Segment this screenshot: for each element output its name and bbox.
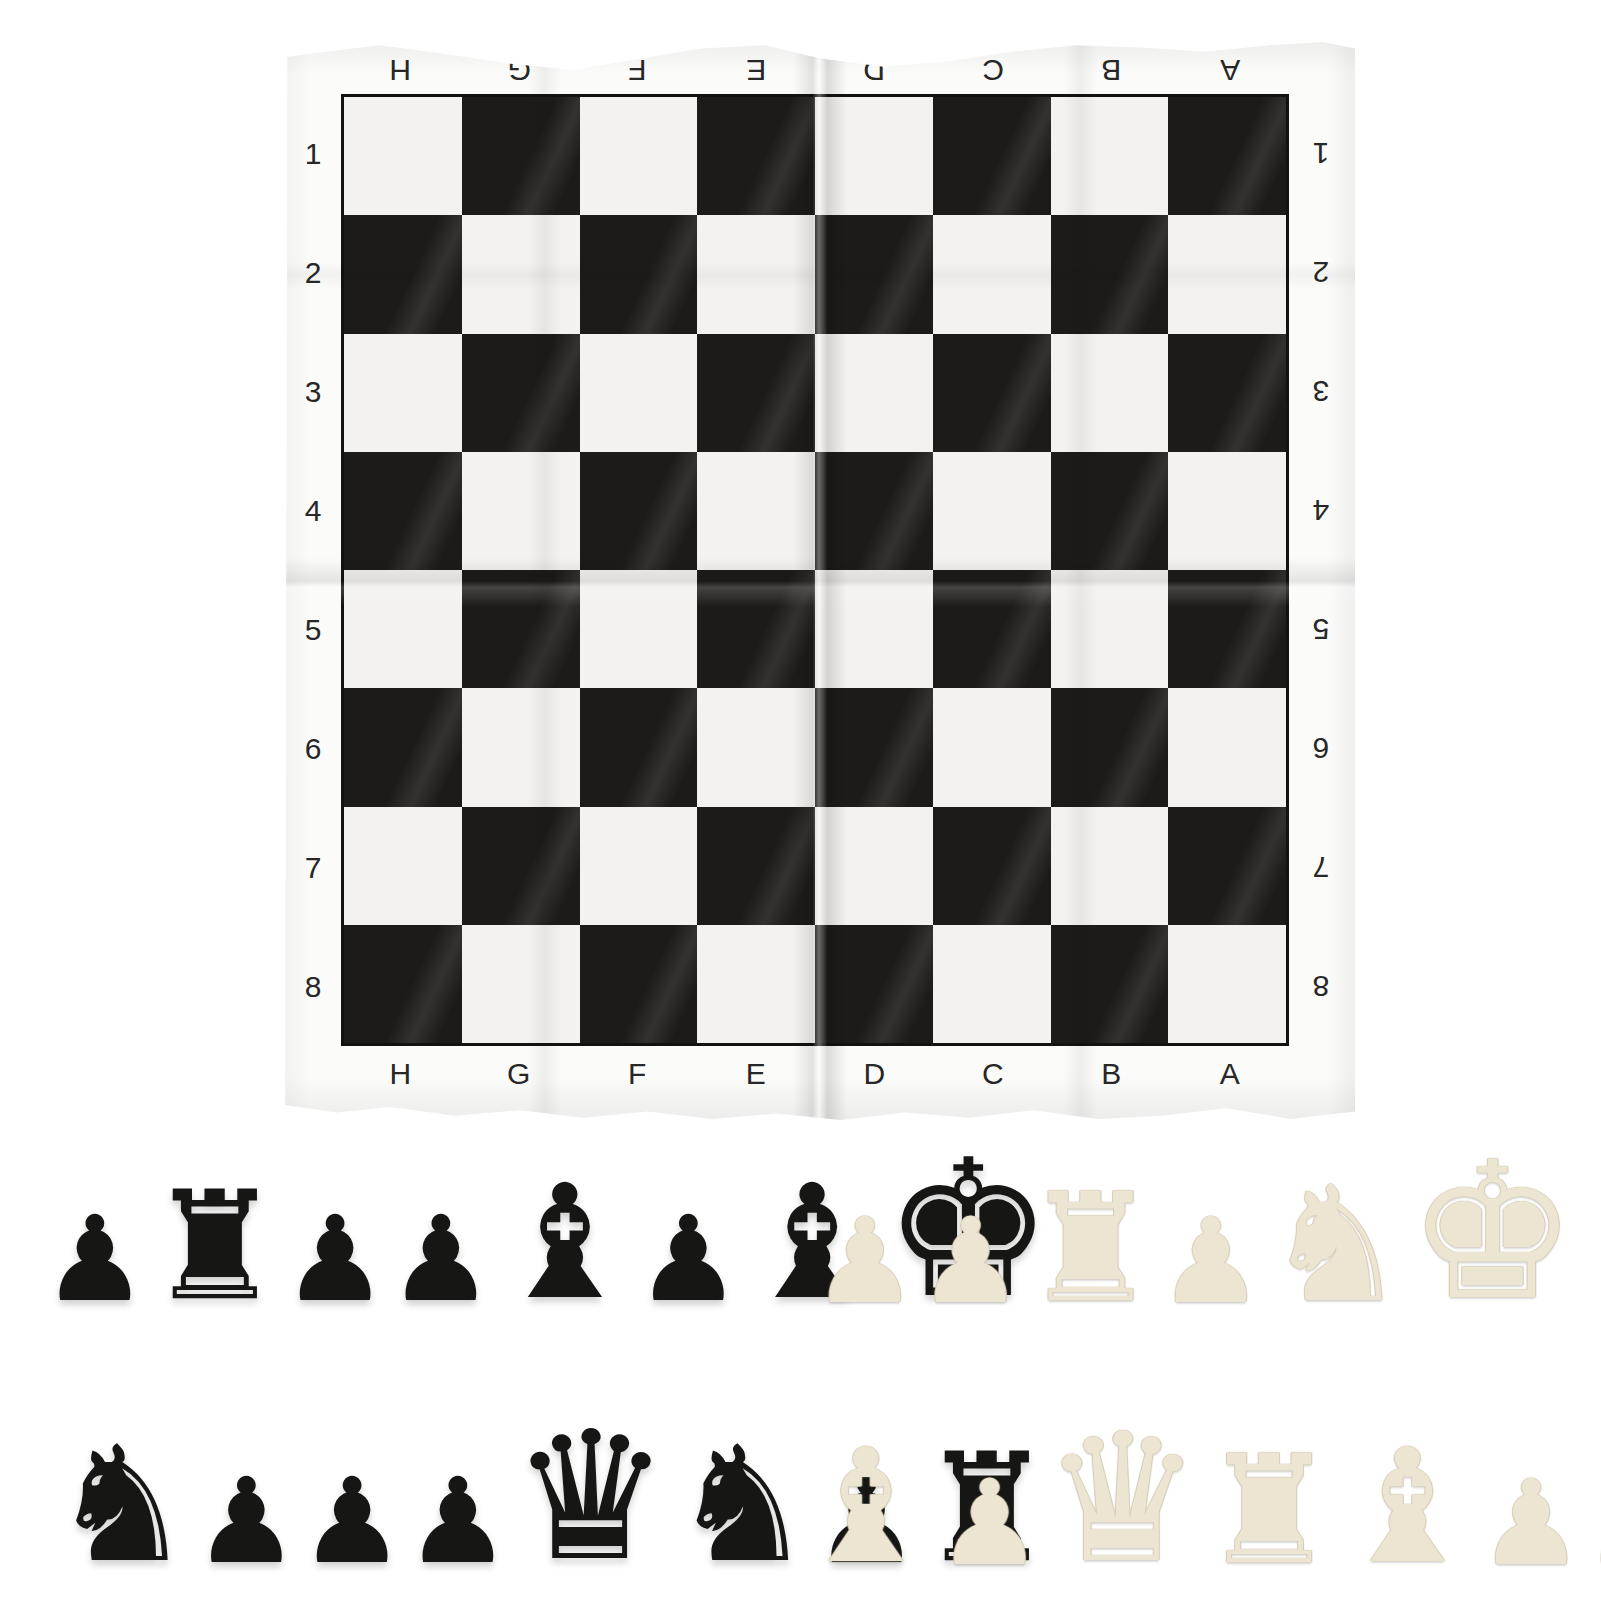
square-e5[interactable]	[697, 570, 815, 688]
square-d2[interactable]	[815, 215, 933, 333]
white-pawn[interactable]: ♟	[918, 1213, 1024, 1310]
square-b1[interactable]	[1051, 97, 1169, 215]
square-g6[interactable]	[462, 688, 580, 806]
rank-label-5: 5	[289, 570, 337, 689]
square-e2[interactable]	[697, 215, 815, 333]
white-knight[interactable]: ♞	[1578, 1179, 1601, 1310]
square-g2[interactable]	[462, 215, 580, 333]
file-label-c: C	[934, 1050, 1053, 1098]
rank-label-6: 6	[1295, 689, 1347, 808]
white-pieces-row-2: ♝♟♛♜♝♟♟♟	[795, 1380, 1580, 1572]
square-a3[interactable]	[1168, 334, 1286, 452]
square-e4[interactable]	[697, 452, 815, 570]
black-knight[interactable]: ♞	[670, 1439, 813, 1570]
black-pawn[interactable]: ♟	[42, 1211, 148, 1308]
square-f2[interactable]	[580, 215, 698, 333]
square-a8[interactable]	[1168, 925, 1286, 1043]
square-h6[interactable]	[344, 688, 462, 806]
black-rook[interactable]: ♜	[148, 1185, 282, 1308]
file-label-h: H	[341, 1050, 460, 1098]
square-b5[interactable]	[1051, 570, 1169, 688]
file-labels-top: HGFEDCBA	[341, 48, 1289, 92]
rank-label-3: 3	[1295, 332, 1347, 451]
file-label-d: D	[815, 1050, 934, 1098]
black-bishop[interactable]: ♝	[494, 1178, 636, 1308]
chess-board	[344, 97, 1286, 1043]
square-g1[interactable]	[462, 97, 580, 215]
square-g8[interactable]	[462, 925, 580, 1043]
rank-label-8: 8	[1295, 927, 1347, 1046]
file-label-b: B	[1052, 48, 1171, 92]
square-b4[interactable]	[1051, 452, 1169, 570]
square-e7[interactable]	[697, 807, 815, 925]
square-f4[interactable]	[580, 452, 698, 570]
white-knight[interactable]: ♞	[1264, 1179, 1407, 1310]
square-h2[interactable]	[344, 215, 462, 333]
black-pieces-row-1: ♟♜♟♟♝♟♝♚	[42, 1118, 802, 1308]
square-f1[interactable]	[580, 97, 698, 215]
file-label-h: H	[341, 48, 460, 92]
white-rook[interactable]: ♜	[1024, 1187, 1158, 1310]
rank-labels-left: 12345678	[289, 94, 337, 1046]
black-pawn[interactable]: ♟	[299, 1473, 405, 1570]
file-label-g: G	[460, 48, 579, 92]
black-queen[interactable]: ♛	[511, 1424, 671, 1570]
chess-mat: HGFEDCBA HGFEDCBA 12345678 12345678	[283, 42, 1355, 1120]
square-h5[interactable]	[344, 570, 462, 688]
rank-label-1: 1	[1295, 94, 1347, 213]
square-d4[interactable]	[815, 452, 933, 570]
square-f5[interactable]	[580, 570, 698, 688]
square-a1[interactable]	[1168, 97, 1286, 215]
white-king[interactable]: ♚	[1407, 1154, 1577, 1310]
square-f7[interactable]	[580, 807, 698, 925]
white-pawn[interactable]: ♟	[1478, 1475, 1584, 1572]
black-pawn[interactable]: ♟	[405, 1473, 511, 1570]
square-c2[interactable]	[933, 215, 1051, 333]
black-knight[interactable]: ♞	[50, 1439, 193, 1570]
square-g3[interactable]	[462, 334, 580, 452]
white-bishop[interactable]: ♝	[1337, 1442, 1479, 1572]
square-b2[interactable]	[1051, 215, 1169, 333]
file-label-f: F	[578, 48, 697, 92]
square-h3[interactable]	[344, 334, 462, 452]
square-h8[interactable]	[344, 925, 462, 1043]
square-g5[interactable]	[462, 570, 580, 688]
board-frame	[341, 94, 1289, 1046]
white-pawn[interactable]: ♟	[937, 1475, 1043, 1572]
white-pawn[interactable]: ♟	[1584, 1475, 1601, 1572]
square-a6[interactable]	[1168, 688, 1286, 806]
rank-label-8: 8	[289, 927, 337, 1046]
square-b6[interactable]	[1051, 688, 1169, 806]
square-c5[interactable]	[933, 570, 1051, 688]
black-pieces-row-2: ♞♟♟♟♛♞♟♜	[50, 1378, 795, 1570]
square-f6[interactable]	[580, 688, 698, 806]
file-label-g: G	[460, 1050, 579, 1098]
square-a7[interactable]	[1168, 807, 1286, 925]
square-f3[interactable]	[580, 334, 698, 452]
black-pawn[interactable]: ♟	[388, 1211, 494, 1308]
file-labels-bottom: HGFEDCBA	[341, 1050, 1289, 1098]
square-g7[interactable]	[462, 807, 580, 925]
product-photo-stage: HGFEDCBA HGFEDCBA 12345678 12345678 ♟♜♟♟…	[0, 0, 1601, 1601]
square-d3[interactable]	[815, 334, 933, 452]
square-d8[interactable]	[815, 925, 933, 1043]
square-c4[interactable]	[933, 452, 1051, 570]
white-pieces-row-1: ♟♟♜♟♞♚♞♟	[812, 1112, 1590, 1310]
black-pawn[interactable]: ♟	[193, 1473, 299, 1570]
square-e3[interactable]	[697, 334, 815, 452]
file-label-b: B	[1052, 1050, 1171, 1098]
rank-label-5: 5	[1295, 570, 1347, 689]
square-c6[interactable]	[933, 688, 1051, 806]
rank-label-1: 1	[289, 94, 337, 213]
square-d1[interactable]	[815, 97, 933, 215]
square-b3[interactable]	[1051, 334, 1169, 452]
file-label-a: A	[1171, 48, 1290, 92]
square-d6[interactable]	[815, 688, 933, 806]
square-e6[interactable]	[697, 688, 815, 806]
square-c1[interactable]	[933, 97, 1051, 215]
rank-label-7: 7	[289, 808, 337, 927]
square-a5[interactable]	[1168, 570, 1286, 688]
white-bishop[interactable]: ♝	[795, 1442, 937, 1572]
square-c8[interactable]	[933, 925, 1051, 1043]
file-label-d: D	[815, 48, 934, 92]
file-label-f: F	[578, 1050, 697, 1098]
square-h1[interactable]	[344, 97, 462, 215]
rank-labels-right: 12345678	[1295, 94, 1347, 1046]
square-d5[interactable]	[815, 570, 933, 688]
square-c7[interactable]	[933, 807, 1051, 925]
square-b8[interactable]	[1051, 925, 1169, 1043]
square-f8[interactable]	[580, 925, 698, 1043]
file-label-e: E	[697, 48, 816, 92]
black-pawn[interactable]: ♟	[636, 1211, 742, 1308]
file-label-a: A	[1171, 1050, 1290, 1098]
white-rook[interactable]: ♜	[1202, 1449, 1336, 1572]
rank-label-2: 2	[289, 213, 337, 332]
file-label-e: E	[697, 1050, 816, 1098]
black-pawn[interactable]: ♟	[282, 1211, 388, 1308]
square-e1[interactable]	[697, 97, 815, 215]
white-pawn[interactable]: ♟	[812, 1213, 918, 1310]
square-c3[interactable]	[933, 334, 1051, 452]
rank-label-2: 2	[1295, 213, 1347, 332]
square-a4[interactable]	[1168, 452, 1286, 570]
square-e8[interactable]	[697, 925, 815, 1043]
rank-label-3: 3	[289, 332, 337, 451]
square-d7[interactable]	[815, 807, 933, 925]
white-queen[interactable]: ♛	[1042, 1426, 1202, 1572]
square-h7[interactable]	[344, 807, 462, 925]
square-h4[interactable]	[344, 452, 462, 570]
file-label-c: C	[934, 48, 1053, 92]
rank-label-4: 4	[1295, 451, 1347, 570]
square-b7[interactable]	[1051, 807, 1169, 925]
white-pawn[interactable]: ♟	[1158, 1213, 1264, 1310]
square-g4[interactable]	[462, 452, 580, 570]
rank-label-7: 7	[1295, 808, 1347, 927]
square-a2[interactable]	[1168, 215, 1286, 333]
rank-label-4: 4	[289, 451, 337, 570]
rank-label-6: 6	[289, 689, 337, 808]
